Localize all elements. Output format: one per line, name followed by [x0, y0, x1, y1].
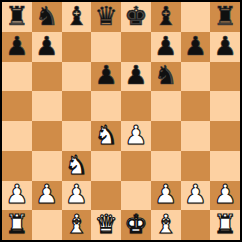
square-h7[interactable]: ♟ — [210, 32, 240, 62]
piece-black-pawn: ♟ — [213, 33, 236, 59]
square-b1[interactable] — [32, 210, 62, 240]
square-a4[interactable] — [2, 121, 32, 151]
square-e7[interactable] — [121, 32, 151, 62]
piece-white-pawn: ♟ — [5, 181, 28, 207]
square-a8[interactable]: ♜ — [2, 2, 32, 32]
square-f6[interactable]: ♞ — [151, 62, 181, 92]
piece-black-pawn: ♟ — [124, 62, 147, 88]
square-h2[interactable]: ♟ — [210, 181, 240, 211]
square-f3[interactable] — [151, 151, 181, 181]
square-a6[interactable] — [2, 62, 32, 92]
square-a1[interactable]: ♜ — [2, 210, 32, 240]
square-b6[interactable] — [32, 62, 62, 92]
square-h1[interactable]: ♜ — [210, 210, 240, 240]
piece-black-pawn: ♟ — [94, 62, 117, 88]
square-b8[interactable]: ♞ — [32, 2, 62, 32]
square-d1[interactable]: ♛ — [91, 210, 121, 240]
square-g6[interactable] — [181, 62, 211, 92]
piece-black-bishop: ♝ — [154, 3, 177, 29]
square-d2[interactable] — [91, 181, 121, 211]
square-b3[interactable] — [32, 151, 62, 181]
piece-white-bishop: ♝ — [154, 211, 177, 237]
piece-black-pawn: ♟ — [184, 33, 207, 59]
square-c7[interactable] — [62, 32, 92, 62]
square-d8[interactable]: ♛ — [91, 2, 121, 32]
piece-white-pawn: ♟ — [124, 122, 147, 148]
square-g3[interactable] — [181, 151, 211, 181]
square-g2[interactable]: ♟ — [181, 181, 211, 211]
square-f5[interactable] — [151, 91, 181, 121]
square-h4[interactable] — [210, 121, 240, 151]
piece-black-queen: ♛ — [94, 3, 117, 29]
square-c6[interactable] — [62, 62, 92, 92]
square-g8[interactable] — [181, 2, 211, 32]
piece-white-queen: ♛ — [94, 211, 117, 237]
piece-black-pawn: ♟ — [154, 33, 177, 59]
square-e1[interactable]: ♚ — [121, 210, 151, 240]
square-f1[interactable]: ♝ — [151, 210, 181, 240]
piece-white-knight: ♞ — [65, 152, 88, 178]
square-c5[interactable] — [62, 91, 92, 121]
chess-board-frame: ♜♞♝♛♚♝♜♟♟♟♟♟♟♟♞♞♟♞♟♟♟♟♟♟♜♝♛♚♝♜ — [0, 0, 242, 242]
square-g5[interactable] — [181, 91, 211, 121]
square-a5[interactable] — [2, 91, 32, 121]
piece-white-rook: ♜ — [5, 211, 28, 237]
square-e5[interactable] — [121, 91, 151, 121]
square-f7[interactable]: ♟ — [151, 32, 181, 62]
piece-white-king: ♚ — [124, 211, 147, 237]
square-c3[interactable]: ♞ — [62, 151, 92, 181]
square-e8[interactable]: ♚ — [121, 2, 151, 32]
square-e2[interactable] — [121, 181, 151, 211]
square-a2[interactable]: ♟ — [2, 181, 32, 211]
square-h5[interactable] — [210, 91, 240, 121]
square-h6[interactable] — [210, 62, 240, 92]
piece-white-pawn: ♟ — [184, 181, 207, 207]
piece-black-rook: ♜ — [213, 3, 236, 29]
piece-white-knight: ♞ — [94, 122, 117, 148]
square-e3[interactable] — [121, 151, 151, 181]
piece-white-pawn: ♟ — [35, 181, 58, 207]
square-d5[interactable] — [91, 91, 121, 121]
piece-black-king: ♚ — [124, 3, 147, 29]
square-c4[interactable] — [62, 121, 92, 151]
square-h8[interactable]: ♜ — [210, 2, 240, 32]
square-c2[interactable]: ♟ — [62, 181, 92, 211]
square-e4[interactable]: ♟ — [121, 121, 151, 151]
square-f4[interactable] — [151, 121, 181, 151]
square-c1[interactable]: ♝ — [62, 210, 92, 240]
piece-black-pawn: ♟ — [35, 33, 58, 59]
square-a3[interactable] — [2, 151, 32, 181]
piece-white-pawn: ♟ — [213, 181, 236, 207]
square-h3[interactable] — [210, 151, 240, 181]
square-g7[interactable]: ♟ — [181, 32, 211, 62]
square-e6[interactable]: ♟ — [121, 62, 151, 92]
square-d3[interactable] — [91, 151, 121, 181]
piece-black-bishop: ♝ — [65, 3, 88, 29]
square-a7[interactable]: ♟ — [2, 32, 32, 62]
square-b7[interactable]: ♟ — [32, 32, 62, 62]
piece-black-rook: ♜ — [5, 3, 28, 29]
square-b4[interactable] — [32, 121, 62, 151]
piece-white-bishop: ♝ — [65, 211, 88, 237]
square-c8[interactable]: ♝ — [62, 2, 92, 32]
piece-black-knight: ♞ — [154, 62, 177, 88]
square-g4[interactable] — [181, 121, 211, 151]
square-d7[interactable] — [91, 32, 121, 62]
square-f2[interactable]: ♟ — [151, 181, 181, 211]
piece-black-pawn: ♟ — [5, 33, 28, 59]
piece-black-knight: ♞ — [35, 3, 58, 29]
square-d4[interactable]: ♞ — [91, 121, 121, 151]
square-g1[interactable] — [181, 210, 211, 240]
square-b5[interactable] — [32, 91, 62, 121]
piece-white-pawn: ♟ — [65, 181, 88, 207]
square-f8[interactable]: ♝ — [151, 2, 181, 32]
piece-white-rook: ♜ — [213, 211, 236, 237]
square-b2[interactable]: ♟ — [32, 181, 62, 211]
piece-white-pawn: ♟ — [154, 181, 177, 207]
chess-board: ♜♞♝♛♚♝♜♟♟♟♟♟♟♟♞♞♟♞♟♟♟♟♟♟♜♝♛♚♝♜ — [2, 2, 240, 240]
square-d6[interactable]: ♟ — [91, 62, 121, 92]
